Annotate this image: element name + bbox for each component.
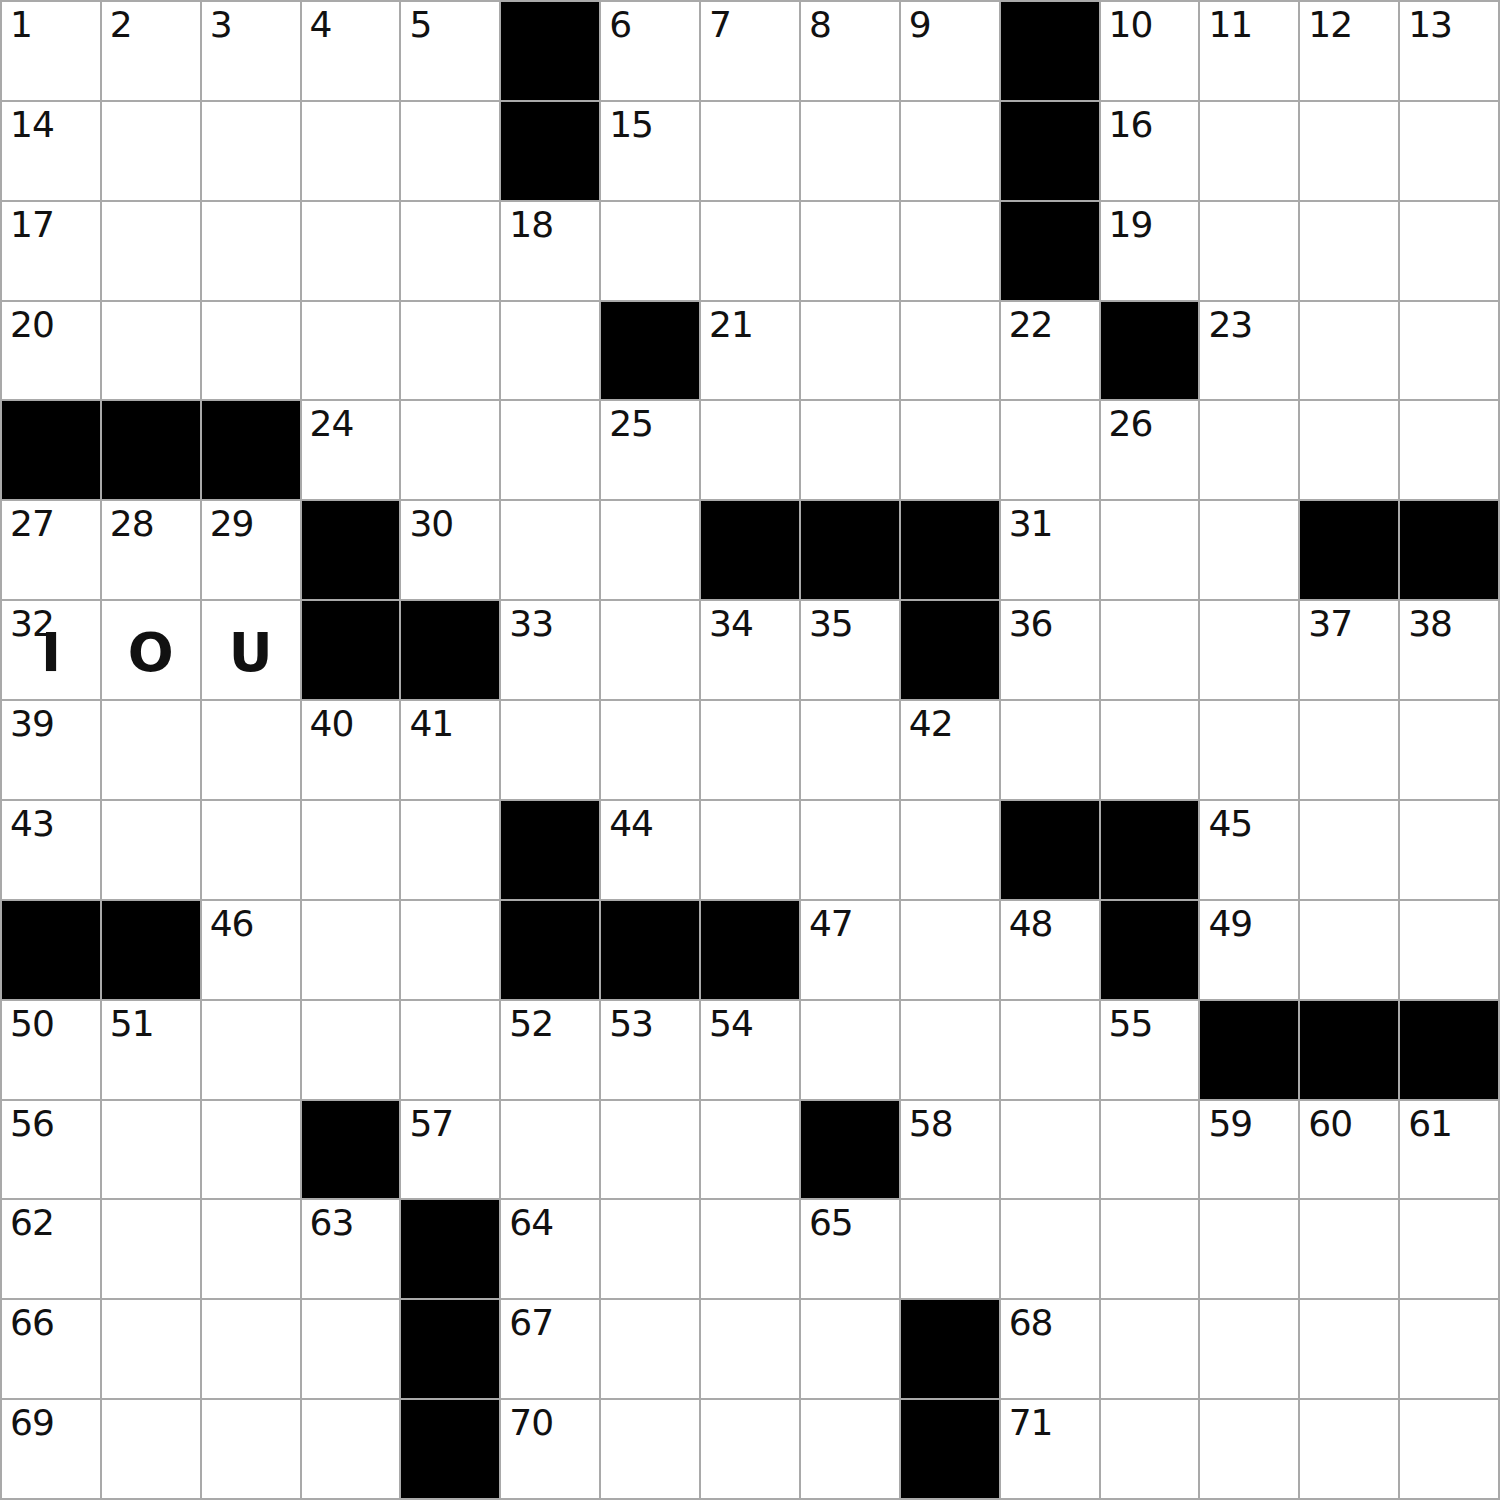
cell-r13c9[interactable]: 65 — [801, 1200, 899, 1298]
cell-r2c3[interactable] — [202, 102, 300, 200]
cell-r8c9[interactable] — [801, 701, 899, 799]
cell-r7c11[interactable]: 36 — [1001, 601, 1099, 699]
black-cell-r15c10 — [901, 1400, 999, 1498]
black-cell-r13c5 — [401, 1200, 499, 1298]
cell-r6c7[interactable] — [601, 501, 699, 599]
cell-r15c6[interactable]: 70 — [501, 1400, 599, 1498]
cell-r10c11[interactable]: 48 — [1001, 901, 1099, 999]
cell-r2c12[interactable]: 16 — [1101, 102, 1199, 200]
cell-r9c1[interactable]: 43 — [2, 801, 100, 899]
cell-r8c3[interactable] — [202, 701, 300, 799]
cell-r2c8[interactable] — [701, 102, 799, 200]
clue-number-20: 20 — [10, 307, 54, 343]
clue-number-28: 28 — [110, 506, 154, 542]
clue-number-38: 38 — [1408, 606, 1452, 642]
black-cell-r2c11 — [1001, 102, 1099, 200]
clue-number-63: 63 — [310, 1205, 354, 1241]
cell-r14c6[interactable]: 67 — [501, 1300, 599, 1398]
clue-number-42: 42 — [909, 706, 953, 742]
cell-r2c14[interactable] — [1300, 102, 1398, 200]
clue-number-45: 45 — [1208, 806, 1252, 842]
cell-r12c13[interactable]: 59 — [1200, 1101, 1298, 1199]
clue-number-46: 46 — [210, 906, 254, 942]
cell-r10c5[interactable] — [401, 901, 499, 999]
clue-number-64: 64 — [509, 1205, 553, 1241]
cell-r4c5[interactable] — [401, 302, 499, 400]
cell-r14c9[interactable] — [801, 1300, 899, 1398]
cell-r12c5[interactable]: 57 — [401, 1101, 499, 1199]
cell-r5c15[interactable] — [1400, 401, 1498, 499]
cell-r2c2[interactable] — [102, 102, 200, 200]
cell-r1c4[interactable]: 4 — [302, 2, 400, 100]
cell-r5c5[interactable] — [401, 401, 499, 499]
cell-r15c15[interactable] — [1400, 1400, 1498, 1498]
clue-number-6: 6 — [609, 7, 631, 43]
cell-r13c15[interactable] — [1400, 1200, 1498, 1298]
cell-r5c9[interactable] — [801, 401, 899, 499]
cell-r7c13[interactable] — [1200, 601, 1298, 699]
cell-r6c6[interactable] — [501, 501, 599, 599]
clue-number-51: 51 — [110, 1006, 154, 1042]
cell-r12c7[interactable] — [601, 1101, 699, 1199]
cell-r3c8[interactable] — [701, 202, 799, 300]
clue-number-62: 62 — [10, 1205, 54, 1241]
cell-r9c8[interactable] — [701, 801, 799, 899]
clue-number-10: 10 — [1109, 7, 1153, 43]
clue-number-5: 5 — [409, 7, 431, 43]
cell-r6c12[interactable] — [1101, 501, 1199, 599]
clue-number-21: 21 — [709, 307, 753, 343]
cell-r4c2[interactable] — [102, 302, 200, 400]
cell-r3c6[interactable]: 18 — [501, 202, 599, 300]
clue-number-50: 50 — [10, 1006, 54, 1042]
cell-r2c10[interactable] — [901, 102, 999, 200]
black-cell-r14c10 — [901, 1300, 999, 1398]
cell-r14c8[interactable] — [701, 1300, 799, 1398]
cell-r2c1[interactable]: 14 — [2, 102, 100, 200]
clue-number-69: 69 — [10, 1405, 54, 1441]
clue-number-37: 37 — [1308, 606, 1352, 642]
cell-r8c1[interactable]: 39 — [2, 701, 100, 799]
black-cell-r10c6 — [501, 901, 599, 999]
cell-r14c7[interactable] — [601, 1300, 699, 1398]
cell-r4c11[interactable]: 22 — [1001, 302, 1099, 400]
black-cell-r10c12 — [1101, 901, 1199, 999]
cell-r2c5[interactable] — [401, 102, 499, 200]
cell-r13c13[interactable] — [1200, 1200, 1298, 1298]
cell-r5c11[interactable] — [1001, 401, 1099, 499]
clue-number-39: 39 — [10, 706, 54, 742]
cell-r10c14[interactable] — [1300, 901, 1398, 999]
clue-number-12: 12 — [1308, 7, 1352, 43]
crossword-grid: 1234567891011121314151617181920212223242… — [0, 0, 1500, 1500]
cell-r13c14[interactable] — [1300, 1200, 1398, 1298]
cell-r14c15[interactable] — [1400, 1300, 1498, 1398]
clue-number-67: 67 — [509, 1305, 553, 1341]
cell-r4c3[interactable] — [202, 302, 300, 400]
clue-number-31: 31 — [1009, 506, 1053, 542]
cell-r12c6[interactable] — [501, 1101, 599, 1199]
cell-r5c13[interactable] — [1200, 401, 1298, 499]
cell-r13c8[interactable] — [701, 1200, 799, 1298]
cell-r14c12[interactable] — [1101, 1300, 1199, 1398]
black-cell-r14c5 — [401, 1300, 499, 1398]
cell-r13c11[interactable] — [1001, 1200, 1099, 1298]
clue-number-30: 30 — [409, 506, 453, 542]
cell-r4c13[interactable]: 23 — [1200, 302, 1298, 400]
clue-number-7: 7 — [709, 7, 731, 43]
cell-r15c14[interactable] — [1300, 1400, 1398, 1498]
cell-r4c4[interactable] — [302, 302, 400, 400]
cell-r11c3[interactable] — [202, 1001, 300, 1099]
cell-r9c10[interactable] — [901, 801, 999, 899]
black-cell-r11c14 — [1300, 1001, 1398, 1099]
cell-r15c4[interactable] — [302, 1400, 400, 1498]
clue-number-18: 18 — [509, 207, 553, 243]
clue-number-4: 4 — [310, 7, 332, 43]
clue-number-48: 48 — [1009, 906, 1053, 942]
cell-r15c1[interactable]: 69 — [2, 1400, 100, 1498]
clue-number-58: 58 — [909, 1106, 953, 1142]
cell-r6c1[interactable]: 27 — [2, 501, 100, 599]
cell-r1c3[interactable]: 3 — [202, 2, 300, 100]
black-cell-r5c2 — [102, 401, 200, 499]
cell-r3c10[interactable] — [901, 202, 999, 300]
cell-r8c4[interactable]: 40 — [302, 701, 400, 799]
cell-r13c7[interactable] — [601, 1200, 699, 1298]
cell-r4c10[interactable] — [901, 302, 999, 400]
black-cell-r10c1 — [2, 901, 100, 999]
cell-r5c4[interactable]: 24 — [302, 401, 400, 499]
cell-r6c3[interactable]: 29 — [202, 501, 300, 599]
cell-r1c10[interactable]: 9 — [901, 2, 999, 100]
cell-r3c15[interactable] — [1400, 202, 1498, 300]
clue-number-66: 66 — [10, 1305, 54, 1341]
cell-r8c13[interactable] — [1200, 701, 1298, 799]
cell-r4c1[interactable]: 20 — [2, 302, 100, 400]
cell-r7c1[interactable]: 32I — [2, 601, 100, 699]
clue-number-27: 27 — [10, 506, 54, 542]
cell-r7c15[interactable]: 38 — [1400, 601, 1498, 699]
cell-r13c3[interactable] — [202, 1200, 300, 1298]
clue-number-44: 44 — [609, 806, 653, 842]
cell-r6c5[interactable]: 30 — [401, 501, 499, 599]
cell-r9c2[interactable] — [102, 801, 200, 899]
cell-r14c11[interactable]: 68 — [1001, 1300, 1099, 1398]
clue-number-35: 35 — [809, 606, 853, 642]
cell-r7c7[interactable] — [601, 601, 699, 699]
cell-r12c2[interactable] — [102, 1101, 200, 1199]
cell-r15c13[interactable] — [1200, 1400, 1298, 1498]
black-cell-r10c2 — [102, 901, 200, 999]
cell-r6c13[interactable] — [1200, 501, 1298, 599]
black-cell-r6c10 — [901, 501, 999, 599]
cell-r2c9[interactable] — [801, 102, 899, 200]
cell-r12c3[interactable] — [202, 1101, 300, 1199]
clue-number-43: 43 — [10, 806, 54, 842]
cell-r8c14[interactable] — [1300, 701, 1398, 799]
clue-number-65: 65 — [809, 1205, 853, 1241]
cell-r8c12[interactable] — [1101, 701, 1199, 799]
clue-number-56: 56 — [10, 1106, 54, 1142]
cell-r8c11[interactable] — [1001, 701, 1099, 799]
clue-number-34: 34 — [709, 606, 753, 642]
cell-r11c5[interactable] — [401, 1001, 499, 1099]
cell-r6c2[interactable]: 28 — [102, 501, 200, 599]
cell-r3c4[interactable] — [302, 202, 400, 300]
clue-number-59: 59 — [1208, 1106, 1252, 1142]
cell-r3c3[interactable] — [202, 202, 300, 300]
cell-r11c10[interactable] — [901, 1001, 999, 1099]
cell-r12c8[interactable] — [701, 1101, 799, 1199]
clue-number-11: 11 — [1208, 7, 1252, 43]
cell-r12c10[interactable]: 58 — [901, 1101, 999, 1199]
cell-r2c4[interactable] — [302, 102, 400, 200]
black-cell-r6c9 — [801, 501, 899, 599]
cell-r10c10[interactable] — [901, 901, 999, 999]
cell-r15c7[interactable] — [601, 1400, 699, 1498]
clue-number-68: 68 — [1009, 1305, 1053, 1341]
cell-r9c15[interactable] — [1400, 801, 1498, 899]
cell-r5c10[interactable] — [901, 401, 999, 499]
clue-number-54: 54 — [709, 1006, 753, 1042]
cell-r1c2[interactable]: 2 — [102, 2, 200, 100]
clue-number-32: 32 — [10, 606, 54, 642]
cell-r7c3[interactable]: U — [202, 601, 300, 699]
black-cell-r9c11 — [1001, 801, 1099, 899]
clue-number-23: 23 — [1208, 307, 1252, 343]
cell-r13c10[interactable] — [901, 1200, 999, 1298]
cell-r3c5[interactable] — [401, 202, 499, 300]
black-cell-r6c4 — [302, 501, 400, 599]
cell-letter: U — [229, 620, 273, 680]
clue-number-29: 29 — [210, 506, 254, 542]
black-cell-r1c11 — [1001, 2, 1099, 100]
cell-r3c1[interactable]: 17 — [2, 202, 100, 300]
cell-r11c9[interactable] — [801, 1001, 899, 1099]
cell-r9c13[interactable]: 45 — [1200, 801, 1298, 899]
cell-r15c2[interactable] — [102, 1400, 200, 1498]
black-cell-r10c8 — [701, 901, 799, 999]
cell-r14c13[interactable] — [1200, 1300, 1298, 1398]
black-cell-r9c12 — [1101, 801, 1199, 899]
cell-r14c14[interactable] — [1300, 1300, 1398, 1398]
cell-r12c14[interactable]: 60 — [1300, 1101, 1398, 1199]
cell-r8c15[interactable] — [1400, 701, 1498, 799]
cell-r1c15[interactable]: 13 — [1400, 2, 1498, 100]
cell-r14c2[interactable] — [102, 1300, 200, 1398]
black-cell-r1c6 — [501, 2, 599, 100]
clue-number-41: 41 — [409, 706, 453, 742]
black-cell-r5c3 — [202, 401, 300, 499]
cell-r13c1[interactable]: 62 — [2, 1200, 100, 1298]
cell-r14c3[interactable] — [202, 1300, 300, 1398]
cell-r12c1[interactable]: 56 — [2, 1101, 100, 1199]
cell-r7c2[interactable]: O — [102, 601, 200, 699]
cell-r1c8[interactable]: 7 — [701, 2, 799, 100]
black-cell-r6c15 — [1400, 501, 1498, 599]
cell-r1c5[interactable]: 5 — [401, 2, 499, 100]
black-cell-r9c6 — [501, 801, 599, 899]
cell-r12c15[interactable]: 61 — [1400, 1101, 1498, 1199]
clue-number-19: 19 — [1109, 207, 1153, 243]
cell-r8c5[interactable]: 41 — [401, 701, 499, 799]
cell-r9c5[interactable] — [401, 801, 499, 899]
cell-r10c4[interactable] — [302, 901, 400, 999]
cell-r1c1[interactable]: 1 — [2, 2, 100, 100]
cell-r4c8[interactable]: 21 — [701, 302, 799, 400]
cell-r8c7[interactable] — [601, 701, 699, 799]
cell-r3c2[interactable] — [102, 202, 200, 300]
cell-r13c4[interactable]: 63 — [302, 1200, 400, 1298]
black-cell-r10c7 — [601, 901, 699, 999]
cell-r7c12[interactable] — [1101, 601, 1199, 699]
clue-number-33: 33 — [509, 606, 553, 642]
cell-r3c12[interactable]: 19 — [1101, 202, 1199, 300]
clue-number-26: 26 — [1109, 406, 1153, 442]
cell-r7c8[interactable]: 34 — [701, 601, 799, 699]
clue-number-17: 17 — [10, 207, 54, 243]
black-cell-r2c6 — [501, 102, 599, 200]
cell-r4c14[interactable] — [1300, 302, 1398, 400]
cell-r6c11[interactable]: 31 — [1001, 501, 1099, 599]
cell-letter: O — [128, 620, 174, 680]
cell-r15c8[interactable] — [701, 1400, 799, 1498]
black-cell-r7c4 — [302, 601, 400, 699]
cell-r15c12[interactable] — [1101, 1400, 1199, 1498]
cell-r1c9[interactable]: 8 — [801, 2, 899, 100]
cell-r4c6[interactable] — [501, 302, 599, 400]
cell-r14c1[interactable]: 66 — [2, 1300, 100, 1398]
cell-r4c9[interactable] — [801, 302, 899, 400]
cell-r8c2[interactable] — [102, 701, 200, 799]
clue-number-16: 16 — [1109, 107, 1153, 143]
cell-r11c11[interactable] — [1001, 1001, 1099, 1099]
cell-r11c1[interactable]: 50 — [2, 1001, 100, 1099]
clue-number-60: 60 — [1308, 1106, 1352, 1142]
cell-r11c6[interactable]: 52 — [501, 1001, 599, 1099]
cell-r5c12[interactable]: 26 — [1101, 401, 1199, 499]
cell-r1c14[interactable]: 12 — [1300, 2, 1398, 100]
cell-r1c13[interactable]: 11 — [1200, 2, 1298, 100]
clue-number-24: 24 — [310, 406, 354, 442]
cell-r10c9[interactable]: 47 — [801, 901, 899, 999]
black-cell-r6c14 — [1300, 501, 1398, 599]
cell-r8c6[interactable] — [501, 701, 599, 799]
cell-r11c4[interactable] — [302, 1001, 400, 1099]
cell-r9c14[interactable] — [1300, 801, 1398, 899]
cell-r11c8[interactable]: 54 — [701, 1001, 799, 1099]
cell-r5c8[interactable] — [701, 401, 799, 499]
black-cell-r11c13 — [1200, 1001, 1298, 1099]
cell-r9c7[interactable]: 44 — [601, 801, 699, 899]
black-cell-r4c12 — [1101, 302, 1199, 400]
cell-r8c8[interactable] — [701, 701, 799, 799]
clue-number-8: 8 — [809, 7, 831, 43]
clue-number-61: 61 — [1408, 1106, 1452, 1142]
cell-r10c15[interactable] — [1400, 901, 1498, 999]
cell-r8c10[interactable]: 42 — [901, 701, 999, 799]
cell-r10c13[interactable]: 49 — [1200, 901, 1298, 999]
cell-r15c9[interactable] — [801, 1400, 899, 1498]
cell-r15c3[interactable] — [202, 1400, 300, 1498]
cell-r12c11[interactable] — [1001, 1101, 1099, 1199]
cell-r5c14[interactable] — [1300, 401, 1398, 499]
black-cell-r7c5 — [401, 601, 499, 699]
cell-r3c13[interactable] — [1200, 202, 1298, 300]
cell-r10c3[interactable]: 46 — [202, 901, 300, 999]
clue-number-15: 15 — [609, 107, 653, 143]
cell-r9c3[interactable] — [202, 801, 300, 899]
black-cell-r15c5 — [401, 1400, 499, 1498]
clue-number-9: 9 — [909, 7, 931, 43]
clue-number-40: 40 — [310, 706, 354, 742]
cell-r1c12[interactable]: 10 — [1101, 2, 1199, 100]
clue-number-22: 22 — [1009, 307, 1053, 343]
cell-r11c12[interactable]: 55 — [1101, 1001, 1199, 1099]
black-cell-r3c11 — [1001, 202, 1099, 300]
cell-r7c6[interactable]: 33 — [501, 601, 599, 699]
clue-number-49: 49 — [1208, 906, 1252, 942]
cell-r13c12[interactable] — [1101, 1200, 1199, 1298]
clue-number-70: 70 — [509, 1405, 553, 1441]
black-cell-r5c1 — [2, 401, 100, 499]
cell-r5c7[interactable]: 25 — [601, 401, 699, 499]
clue-number-47: 47 — [809, 906, 853, 942]
cell-r9c9[interactable] — [801, 801, 899, 899]
cell-r14c4[interactable] — [302, 1300, 400, 1398]
cell-r1c7[interactable]: 6 — [601, 2, 699, 100]
cell-r15c11[interactable]: 71 — [1001, 1400, 1099, 1498]
black-cell-r12c4 — [302, 1101, 400, 1199]
cell-r7c9[interactable]: 35 — [801, 601, 899, 699]
black-cell-r7c10 — [901, 601, 999, 699]
cell-r11c7[interactable]: 53 — [601, 1001, 699, 1099]
cell-r9c4[interactable] — [302, 801, 400, 899]
cell-r11c2[interactable]: 51 — [102, 1001, 200, 1099]
black-cell-r4c7 — [601, 302, 699, 400]
cell-r3c9[interactable] — [801, 202, 899, 300]
clue-number-57: 57 — [409, 1106, 453, 1142]
clue-number-53: 53 — [609, 1006, 653, 1042]
cell-r13c6[interactable]: 64 — [501, 1200, 599, 1298]
clue-number-14: 14 — [10, 107, 54, 143]
cell-r7c14[interactable]: 37 — [1300, 601, 1398, 699]
clue-number-1: 1 — [10, 7, 32, 43]
cell-r12c12[interactable] — [1101, 1101, 1199, 1199]
black-cell-r6c8 — [701, 501, 799, 599]
clue-number-52: 52 — [509, 1006, 553, 1042]
cell-r5c6[interactable] — [501, 401, 599, 499]
clue-number-2: 2 — [110, 7, 132, 43]
cell-r13c2[interactable] — [102, 1200, 200, 1298]
cell-r4c15[interactable] — [1400, 302, 1498, 400]
clue-number-71: 71 — [1009, 1405, 1053, 1441]
clue-number-25: 25 — [609, 406, 653, 442]
clue-number-36: 36 — [1009, 606, 1053, 642]
cell-r2c7[interactable]: 15 — [601, 102, 699, 200]
cell-r2c13[interactable] — [1200, 102, 1298, 200]
cell-r3c7[interactable] — [601, 202, 699, 300]
black-cell-r11c15 — [1400, 1001, 1498, 1099]
cell-r3c14[interactable] — [1300, 202, 1398, 300]
cell-r2c15[interactable] — [1400, 102, 1498, 200]
black-cell-r12c9 — [801, 1101, 899, 1199]
clue-number-55: 55 — [1109, 1006, 1153, 1042]
clue-number-3: 3 — [210, 7, 232, 43]
clue-number-13: 13 — [1408, 7, 1452, 43]
